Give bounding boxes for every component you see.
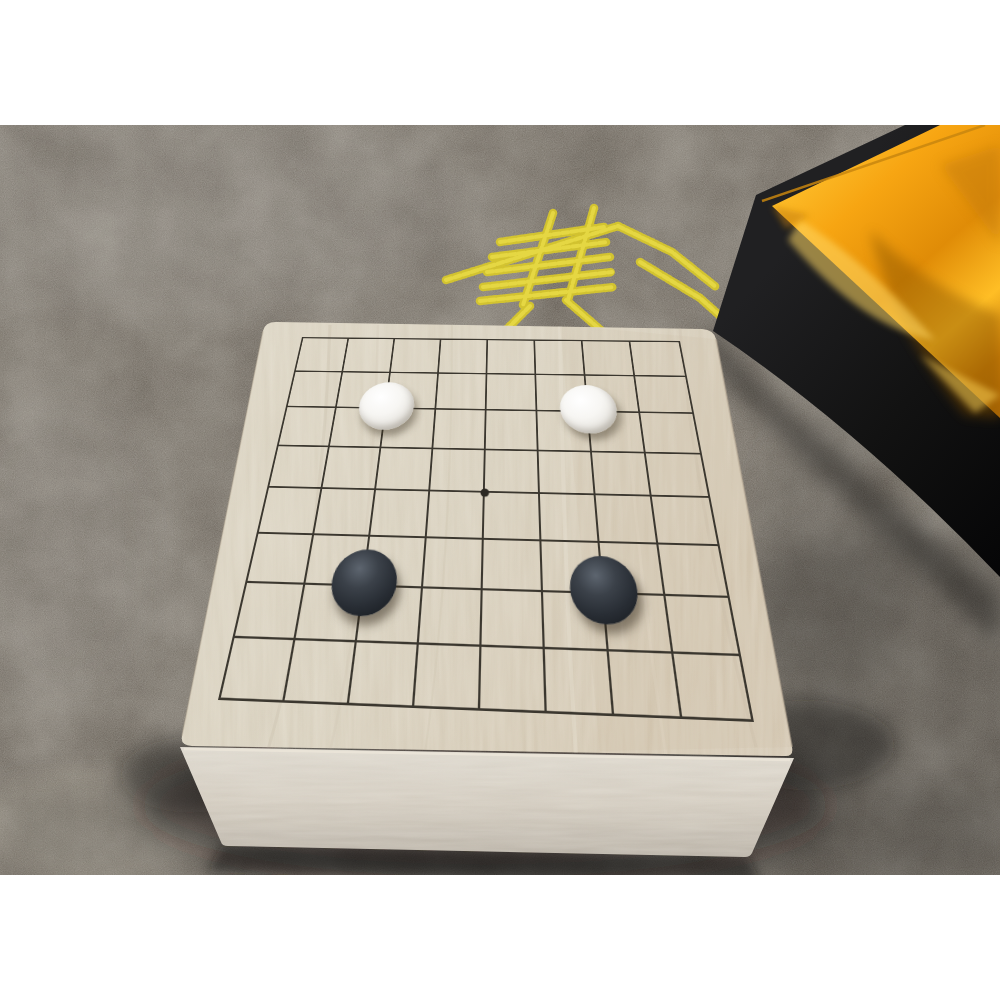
grid-cell (247, 533, 314, 585)
grid-cell (596, 495, 659, 544)
grid-cell (652, 497, 718, 546)
product-photo (0, 125, 1000, 875)
grid-cell (485, 450, 540, 494)
grid-cell (635, 376, 692, 414)
grid-cell (314, 489, 376, 536)
grid-cell (419, 588, 483, 646)
grid-cell (259, 488, 323, 535)
grid-cell (285, 640, 357, 703)
grid-cell (427, 491, 485, 539)
screenshot (0, 0, 1000, 1000)
grid-cell (279, 407, 337, 447)
grid-cell (592, 452, 652, 497)
grid-cell (658, 544, 727, 598)
grid-cell (486, 410, 539, 450)
letterbox-bottom (0, 875, 1000, 1000)
grid-cell (269, 446, 330, 489)
grid-cell (370, 490, 430, 538)
grid-cell (414, 644, 481, 708)
grid-cell (630, 342, 685, 377)
grid-cell (296, 338, 349, 372)
grid-cell (235, 583, 306, 640)
grid-cell (609, 651, 682, 716)
grid-cell (540, 494, 600, 542)
grid-cell (322, 447, 381, 490)
grid-cell (673, 653, 751, 719)
grid-cell (376, 448, 433, 492)
grid-cell (545, 649, 614, 714)
grid-cell (481, 590, 544, 648)
grid-cell (287, 371, 343, 408)
grid-cell (483, 539, 543, 592)
grid-cell (640, 413, 700, 454)
grid-cell (343, 339, 395, 373)
grid-cell (433, 410, 486, 450)
grid-cell (484, 493, 542, 541)
grid-cell (439, 340, 488, 374)
grid-cell (436, 373, 487, 410)
grid-cell (391, 339, 442, 373)
grid-cell (430, 449, 486, 493)
grid-cell (487, 374, 538, 411)
grid-cell (423, 538, 484, 591)
grid-cell (487, 340, 536, 374)
grid-cell (480, 646, 547, 711)
grid-cell (539, 451, 596, 495)
grid-cell (221, 637, 296, 700)
letterbox-top (0, 0, 1000, 125)
grid-cell (646, 453, 709, 498)
grid-cell (535, 341, 585, 376)
go-board-grid (218, 337, 754, 722)
grid-cell (349, 642, 419, 706)
grid-cell (666, 596, 739, 656)
grid-cell (583, 341, 636, 376)
